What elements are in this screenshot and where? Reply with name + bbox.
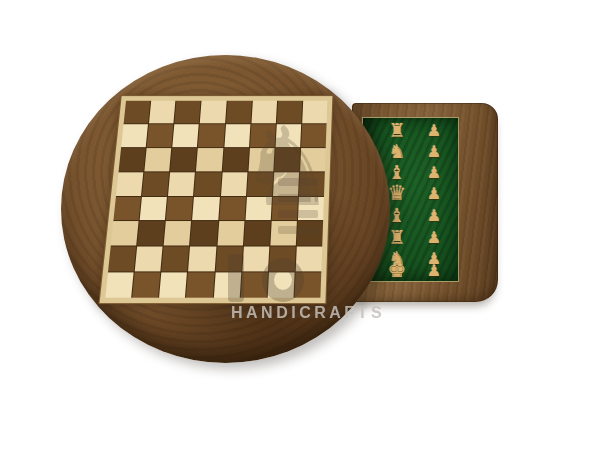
board-square bbox=[105, 273, 133, 298]
board-square bbox=[164, 221, 191, 245]
board-square bbox=[186, 273, 214, 298]
stored-piece-pawn: ♟ bbox=[427, 123, 441, 139]
board-square bbox=[213, 273, 241, 298]
stored-piece-bishop: ♝ bbox=[388, 206, 405, 225]
board-square bbox=[217, 221, 244, 245]
board-square bbox=[224, 124, 250, 147]
board-square bbox=[170, 148, 197, 171]
board-square bbox=[294, 273, 321, 298]
board-square bbox=[192, 196, 219, 220]
board-square bbox=[198, 124, 224, 147]
board-square bbox=[132, 273, 160, 298]
stored-piece-rook: ♜ bbox=[388, 121, 405, 140]
board-square bbox=[137, 221, 165, 245]
board-square bbox=[299, 172, 325, 196]
board-square bbox=[142, 172, 169, 196]
board-square bbox=[222, 148, 248, 171]
board-square bbox=[175, 101, 201, 123]
board-square bbox=[269, 247, 296, 272]
board-square bbox=[166, 196, 193, 220]
stored-piece-rook: ♜ bbox=[388, 228, 405, 247]
board-square bbox=[219, 196, 246, 220]
stored-piece-pawn: ♟ bbox=[427, 144, 441, 160]
board-square bbox=[226, 101, 252, 123]
board-square bbox=[273, 172, 299, 196]
board-square bbox=[173, 124, 200, 147]
board-square bbox=[274, 148, 300, 171]
board-square bbox=[190, 221, 217, 245]
board-square bbox=[108, 247, 136, 272]
board-square bbox=[270, 221, 297, 245]
board-square bbox=[215, 247, 242, 272]
board-square bbox=[245, 196, 272, 220]
board-square bbox=[248, 148, 274, 171]
stored-piece-king: ♚ bbox=[388, 260, 407, 281]
stored-piece-pawn: ♟ bbox=[427, 230, 441, 246]
board-square bbox=[277, 101, 303, 123]
board-square bbox=[111, 221, 139, 245]
board-square bbox=[147, 124, 174, 147]
board-square bbox=[297, 221, 323, 245]
inlaid-chessboard bbox=[100, 96, 333, 303]
board-square bbox=[247, 172, 273, 196]
stored-piece-queen: ♛ bbox=[388, 183, 407, 204]
board-square bbox=[200, 101, 226, 123]
board-square bbox=[159, 273, 187, 298]
board-square bbox=[135, 247, 163, 272]
board-square bbox=[251, 101, 277, 123]
board-square bbox=[240, 273, 267, 298]
board-square bbox=[162, 247, 190, 272]
board-square bbox=[145, 148, 172, 171]
board-square bbox=[196, 148, 223, 171]
board-square bbox=[119, 148, 146, 171]
board-square bbox=[300, 148, 326, 171]
stored-piece-bishop: ♝ bbox=[388, 163, 405, 182]
stored-piece-pawn: ♟ bbox=[427, 165, 441, 181]
board-square bbox=[194, 172, 221, 196]
board-square bbox=[275, 124, 301, 147]
board-square bbox=[250, 124, 276, 147]
board-square bbox=[301, 124, 327, 147]
board-square bbox=[244, 221, 271, 245]
board-square bbox=[267, 273, 294, 298]
board-square bbox=[188, 247, 216, 272]
board-square bbox=[242, 247, 269, 272]
stored-piece-pawn: ♟ bbox=[427, 186, 441, 202]
board-square bbox=[168, 172, 195, 196]
round-chess-board bbox=[61, 55, 390, 363]
board-square bbox=[149, 101, 175, 123]
board-square bbox=[302, 101, 327, 123]
board-square bbox=[296, 247, 323, 272]
stored-piece-knight: ♞ bbox=[388, 142, 405, 161]
board-square bbox=[116, 172, 143, 196]
board-square bbox=[271, 196, 297, 220]
product-photo: ♜♞♝♛♝♜♞♚♟♟♟♟♟♟♟♟ ♞ HANDICRAFTS bbox=[0, 0, 600, 450]
board-square bbox=[124, 101, 151, 123]
board-square bbox=[140, 196, 167, 220]
board-square bbox=[121, 124, 148, 147]
board-square bbox=[113, 196, 141, 220]
board-square bbox=[221, 172, 248, 196]
stored-piece-pawn: ♟ bbox=[427, 208, 441, 224]
board-square bbox=[298, 196, 324, 220]
stored-piece-pawn: ♟ bbox=[427, 263, 441, 279]
